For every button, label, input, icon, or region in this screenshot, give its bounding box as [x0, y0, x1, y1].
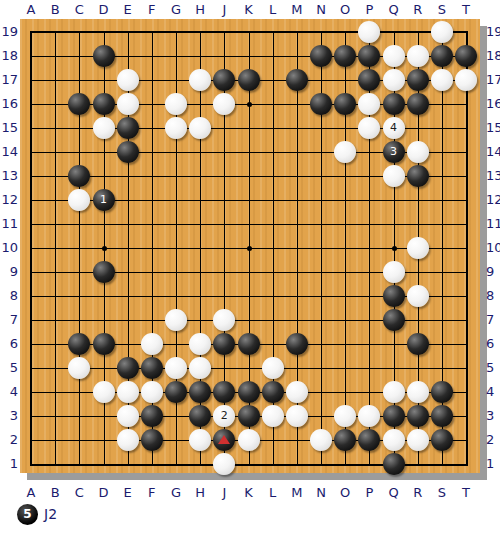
stone-R14 [407, 141, 429, 163]
caption-coordinate: J2 [44, 506, 57, 522]
stone-M17 [286, 69, 308, 91]
coord-label-right: 12 [486, 193, 500, 207]
coord-label-right: 4 [486, 385, 500, 399]
stone-D18 [93, 45, 115, 67]
coord-label-top: P [357, 3, 381, 17]
stone-K17 [238, 69, 260, 91]
stone-M4 [286, 381, 308, 403]
coord-label-bottom: A [19, 486, 43, 500]
triangle-marker [218, 435, 230, 444]
stone-R3 [407, 405, 429, 427]
stone-Q1 [383, 453, 405, 475]
coord-label-right: 3 [486, 409, 500, 423]
stone-Q15: 4 [383, 117, 405, 139]
coord-label-bottom: T [454, 486, 478, 500]
coord-label-left: 17 [0, 73, 18, 87]
coord-label-top: B [43, 3, 67, 17]
coord-label-left: 11 [0, 217, 18, 231]
stone-H4 [189, 381, 211, 403]
stone-S18 [431, 45, 453, 67]
coord-label-top: O [333, 3, 357, 17]
stone-Q17 [383, 69, 405, 91]
coord-label-bottom: N [309, 486, 333, 500]
stone-F2 [141, 429, 163, 451]
stone-H3 [189, 405, 211, 427]
coord-label-top: C [67, 3, 91, 17]
stone-R16 [407, 93, 429, 115]
coord-label-left: 10 [0, 241, 18, 255]
stone-N2 [310, 429, 332, 451]
stone-L3 [262, 405, 284, 427]
coord-label-right: 1 [486, 457, 500, 471]
stone-Q9 [383, 261, 405, 283]
coord-label-bottom: G [164, 486, 188, 500]
star-point [247, 246, 252, 251]
coord-label-bottom: B [43, 486, 67, 500]
coord-label-right: 6 [486, 337, 500, 351]
stone-K4 [238, 381, 260, 403]
coord-label-bottom: F [140, 486, 164, 500]
coord-label-left: 14 [0, 145, 18, 159]
coord-label-bottom: J [212, 486, 236, 500]
stone-O3 [334, 405, 356, 427]
coord-label-top: S [430, 3, 454, 17]
coord-label-right: 18 [486, 49, 500, 63]
coord-label-left: 9 [0, 265, 18, 279]
stone-H6 [189, 333, 211, 355]
stone-S2 [431, 429, 453, 451]
stone-R8 [407, 285, 429, 307]
coord-label-right: 2 [486, 433, 500, 447]
star-point [102, 246, 107, 251]
coord-label-top: H [188, 3, 212, 17]
stone-R4 [407, 381, 429, 403]
coord-label-bottom: Q [382, 486, 406, 500]
coord-label-left: 13 [0, 169, 18, 183]
stone-R10 [407, 237, 429, 259]
stone-D12: 1 [93, 189, 115, 211]
stone-E14 [117, 141, 139, 163]
coord-label-right: 7 [486, 313, 500, 327]
stone-F4 [141, 381, 163, 403]
coord-label-left: 5 [0, 361, 18, 375]
stone-O14 [334, 141, 356, 163]
coord-label-left: 16 [0, 97, 18, 111]
stone-R17 [407, 69, 429, 91]
stone-K3 [238, 405, 260, 427]
stone-D6 [93, 333, 115, 355]
stone-G16 [165, 93, 187, 115]
stone-Q4 [383, 381, 405, 403]
stone-O2 [334, 429, 356, 451]
coord-label-bottom: O [333, 486, 357, 500]
coord-label-top: A [19, 3, 43, 17]
caption-black-stone-icon: 5 [17, 504, 38, 525]
coord-label-right: 19 [486, 25, 500, 39]
stone-R13 [407, 165, 429, 187]
coord-label-left: 2 [0, 433, 18, 447]
coord-label-left: 12 [0, 193, 18, 207]
coord-label-top: G [164, 3, 188, 17]
coord-label-top: K [237, 3, 261, 17]
stone-M3 [286, 405, 308, 427]
stone-E4 [117, 381, 139, 403]
stone-S4 [431, 381, 453, 403]
coord-label-right: 9 [486, 265, 500, 279]
stone-Q16 [383, 93, 405, 115]
stone-G4 [165, 381, 187, 403]
stone-T17 [455, 69, 477, 91]
coord-label-right: 13 [486, 169, 500, 183]
board: 4312 [20, 19, 480, 473]
coord-label-bottom: C [67, 486, 91, 500]
stone-Q14: 3 [383, 141, 405, 163]
stone-Q13 [383, 165, 405, 187]
move-number-label: 2 [213, 405, 235, 427]
coord-label-bottom: E [116, 486, 140, 500]
stone-T18 [455, 45, 477, 67]
coord-label-bottom: K [237, 486, 261, 500]
stone-F6 [141, 333, 163, 355]
stone-E3 [117, 405, 139, 427]
coord-label-left: 3 [0, 409, 18, 423]
go-diagram: 4312 5 J2 AABBCCDDEEFFGGHHJJKKLLMMNNOOPP… [0, 0, 500, 537]
stone-R2 [407, 429, 429, 451]
coord-label-bottom: P [357, 486, 381, 500]
coord-label-right: 10 [486, 241, 500, 255]
stone-R18 [407, 45, 429, 67]
star-point [392, 246, 397, 251]
stone-D9 [93, 261, 115, 283]
stone-G7 [165, 309, 187, 331]
stone-K6 [238, 333, 260, 355]
stone-J1 [213, 453, 235, 475]
coord-label-top: M [285, 3, 309, 17]
coord-label-top: L [261, 3, 285, 17]
coord-label-bottom: H [188, 486, 212, 500]
stone-O16 [334, 93, 356, 115]
coord-label-top: R [406, 3, 430, 17]
stone-H5 [189, 357, 211, 379]
coord-label-bottom: S [430, 486, 454, 500]
coord-label-right: 5 [486, 361, 500, 375]
stone-O18 [334, 45, 356, 67]
coord-label-top: N [309, 3, 333, 17]
coord-label-right: 17 [486, 73, 500, 87]
stone-H2 [189, 429, 211, 451]
stone-N16 [310, 93, 332, 115]
stone-L4 [262, 381, 284, 403]
move-number-label: 3 [383, 141, 405, 163]
coord-label-left: 8 [0, 289, 18, 303]
coord-label-right: 16 [486, 97, 500, 111]
coord-label-left: 7 [0, 313, 18, 327]
coord-label-left: 18 [0, 49, 18, 63]
stone-E17 [117, 69, 139, 91]
coord-label-top: E [116, 3, 140, 17]
move-number-label: 4 [383, 117, 405, 139]
stone-E15 [117, 117, 139, 139]
stone-Q18 [383, 45, 405, 67]
stone-F3 [141, 405, 163, 427]
stone-L5 [262, 357, 284, 379]
stone-D15 [93, 117, 115, 139]
stone-H15 [189, 117, 211, 139]
stone-Q7 [383, 309, 405, 331]
coord-label-right: 14 [486, 145, 500, 159]
coord-label-right: 8 [486, 289, 500, 303]
stone-Q2 [383, 429, 405, 451]
stone-R6 [407, 333, 429, 355]
coord-label-left: 19 [0, 25, 18, 39]
stone-E5 [117, 357, 139, 379]
coord-label-bottom: M [285, 486, 309, 500]
coord-label-left: 6 [0, 337, 18, 351]
stone-H17 [189, 69, 211, 91]
stone-E16 [117, 93, 139, 115]
coord-label-top: T [454, 3, 478, 17]
coord-label-top: Q [382, 3, 406, 17]
stone-D4 [93, 381, 115, 403]
stone-S3 [431, 405, 453, 427]
coord-label-left: 1 [0, 457, 18, 471]
stone-Q8 [383, 285, 405, 307]
stone-J3: 2 [213, 405, 235, 427]
stone-N18 [310, 45, 332, 67]
coord-label-left: 15 [0, 121, 18, 135]
stone-Q3 [383, 405, 405, 427]
stone-E2 [117, 429, 139, 451]
stone-D16 [93, 93, 115, 115]
coord-label-top: D [92, 3, 116, 17]
coord-label-bottom: R [406, 486, 430, 500]
coord-label-top: F [140, 3, 164, 17]
star-point [247, 102, 252, 107]
stone-F5 [141, 357, 163, 379]
coord-label-bottom: L [261, 486, 285, 500]
stone-K2 [238, 429, 260, 451]
coord-label-left: 4 [0, 385, 18, 399]
stone-G15 [165, 117, 187, 139]
coord-label-top: J [212, 3, 236, 17]
stone-G5 [165, 357, 187, 379]
stone-M6 [286, 333, 308, 355]
coord-label-right: 15 [486, 121, 500, 135]
move-number-label: 1 [93, 189, 115, 211]
coord-label-right: 11 [486, 217, 500, 231]
stone-S19 [431, 21, 453, 43]
stone-S17 [431, 69, 453, 91]
coord-label-bottom: D [92, 486, 116, 500]
